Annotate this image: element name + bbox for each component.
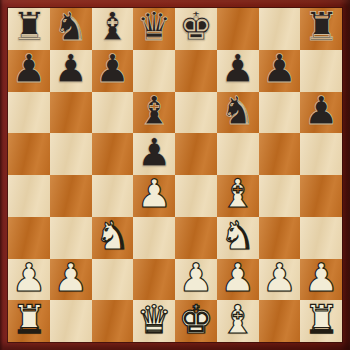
- square-h6[interactable]: ♟: [300, 92, 342, 134]
- piece-white-knight: ♞: [95, 217, 130, 255]
- square-d4[interactable]: ♟: [133, 175, 175, 217]
- square-c3[interactable]: ♞: [92, 217, 134, 259]
- square-a4[interactable]: [8, 175, 50, 217]
- square-e3[interactable]: [175, 217, 217, 259]
- square-a8[interactable]: ♜: [8, 8, 50, 50]
- square-e8[interactable]: ♚: [175, 8, 217, 50]
- square-f2[interactable]: ♟: [217, 259, 259, 301]
- square-a3[interactable]: [8, 217, 50, 259]
- square-g1[interactable]: [259, 300, 301, 342]
- piece-white-rook: ♜: [304, 300, 339, 338]
- square-a2[interactable]: ♟: [8, 259, 50, 301]
- square-c7[interactable]: ♟: [92, 50, 134, 92]
- piece-black-knight: ♞: [220, 92, 255, 130]
- piece-white-knight: ♞: [220, 217, 255, 255]
- square-f7[interactable]: ♟: [217, 50, 259, 92]
- piece-black-pawn: ♟: [262, 50, 297, 88]
- square-h3[interactable]: [300, 217, 342, 259]
- square-g7[interactable]: ♟: [259, 50, 301, 92]
- square-g5[interactable]: [259, 133, 301, 175]
- square-e6[interactable]: [175, 92, 217, 134]
- piece-black-pawn: ♟: [137, 133, 172, 171]
- piece-white-pawn: ♟: [53, 259, 88, 297]
- piece-black-bishop: ♝: [137, 92, 172, 130]
- square-b8[interactable]: ♞: [50, 8, 92, 50]
- piece-white-rook: ♜: [11, 300, 46, 338]
- square-g4[interactable]: [259, 175, 301, 217]
- square-h1[interactable]: ♜: [300, 300, 342, 342]
- square-d7[interactable]: [133, 50, 175, 92]
- square-d6[interactable]: ♝: [133, 92, 175, 134]
- square-e1[interactable]: ♚: [175, 300, 217, 342]
- piece-white-pawn: ♟: [11, 259, 46, 297]
- piece-white-pawn: ♟: [262, 259, 297, 297]
- piece-white-king: ♚: [178, 300, 213, 338]
- square-g6[interactable]: [259, 92, 301, 134]
- square-b3[interactable]: [50, 217, 92, 259]
- square-c6[interactable]: [92, 92, 134, 134]
- square-a1[interactable]: ♜: [8, 300, 50, 342]
- square-b6[interactable]: [50, 92, 92, 134]
- piece-black-pawn: ♟: [95, 50, 130, 88]
- piece-black-rook: ♜: [304, 8, 339, 46]
- square-h2[interactable]: ♟: [300, 259, 342, 301]
- square-e2[interactable]: ♟: [175, 259, 217, 301]
- square-c2[interactable]: [92, 259, 134, 301]
- square-c5[interactable]: [92, 133, 134, 175]
- square-h7[interactable]: [300, 50, 342, 92]
- piece-white-pawn: ♟: [304, 259, 339, 297]
- square-g8[interactable]: [259, 8, 301, 50]
- square-h5[interactable]: [300, 133, 342, 175]
- square-h8[interactable]: ♜: [300, 8, 342, 50]
- square-f6[interactable]: ♞: [217, 92, 259, 134]
- square-c8[interactable]: ♝: [92, 8, 134, 50]
- piece-black-knight: ♞: [53, 8, 88, 46]
- square-e7[interactable]: [175, 50, 217, 92]
- square-f3[interactable]: ♞: [217, 217, 259, 259]
- piece-white-pawn: ♟: [220, 259, 255, 297]
- square-c4[interactable]: [92, 175, 134, 217]
- square-e4[interactable]: [175, 175, 217, 217]
- chess-board-frame: ♜♞♝♛♚♜♟♟♟♟♟♝♞♟♟♟♝♞♞♟♟♟♟♟♟♜♛♚♝♜: [0, 0, 350, 350]
- square-d1[interactable]: ♛: [133, 300, 175, 342]
- square-f1[interactable]: ♝: [217, 300, 259, 342]
- square-b2[interactable]: ♟: [50, 259, 92, 301]
- square-c1[interactable]: [92, 300, 134, 342]
- square-b4[interactable]: [50, 175, 92, 217]
- piece-white-queen: ♛: [137, 300, 172, 338]
- square-d3[interactable]: [133, 217, 175, 259]
- square-d8[interactable]: ♛: [133, 8, 175, 50]
- square-h4[interactable]: [300, 175, 342, 217]
- piece-black-pawn: ♟: [220, 50, 255, 88]
- square-b5[interactable]: [50, 133, 92, 175]
- square-g2[interactable]: ♟: [259, 259, 301, 301]
- chess-board: ♜♞♝♛♚♜♟♟♟♟♟♝♞♟♟♟♝♞♞♟♟♟♟♟♟♜♛♚♝♜: [8, 8, 342, 342]
- square-a6[interactable]: [8, 92, 50, 134]
- square-a5[interactable]: [8, 133, 50, 175]
- piece-white-bishop: ♝: [220, 300, 255, 338]
- piece-black-king: ♚: [178, 8, 213, 46]
- square-b7[interactable]: ♟: [50, 50, 92, 92]
- piece-black-queen: ♛: [137, 8, 172, 46]
- piece-black-pawn: ♟: [11, 50, 46, 88]
- square-f4[interactable]: ♝: [217, 175, 259, 217]
- piece-black-pawn: ♟: [53, 50, 88, 88]
- piece-white-pawn: ♟: [178, 259, 213, 297]
- square-f5[interactable]: [217, 133, 259, 175]
- piece-white-bishop: ♝: [220, 175, 255, 213]
- square-f8[interactable]: [217, 8, 259, 50]
- square-a7[interactable]: ♟: [8, 50, 50, 92]
- piece-white-pawn: ♟: [137, 175, 172, 213]
- square-b1[interactable]: [50, 300, 92, 342]
- square-d5[interactable]: ♟: [133, 133, 175, 175]
- square-g3[interactable]: [259, 217, 301, 259]
- piece-black-pawn: ♟: [304, 92, 339, 130]
- piece-black-bishop: ♝: [95, 8, 130, 46]
- piece-black-rook: ♜: [11, 8, 46, 46]
- square-e5[interactable]: [175, 133, 217, 175]
- square-d2[interactable]: [133, 259, 175, 301]
